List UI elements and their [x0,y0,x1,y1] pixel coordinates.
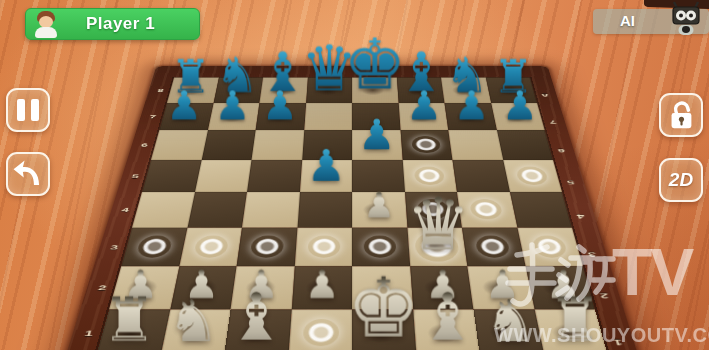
rank-label-right-4: 4 [569,203,588,213]
legal-move-indicator [193,235,229,257]
legal-move-indicator [411,136,441,153]
watermark-tv-text: TV [612,234,692,310]
white-rook[interactable]: ♜ [547,289,601,350]
square-c4[interactable] [242,192,299,227]
white-knight[interactable]: ♞ [485,292,537,350]
square-e8[interactable]: ♚ [352,78,398,103]
white-queen[interactable]: ♛ [406,189,471,261]
board-frame: ♜♞♝♛♚♝♞♜♟♟♟♟♟♟♟♟♟♛♟♟♟♟♟♟♟♜♞♝♚♝♞♜ 1122334… [58,66,647,350]
player1-name: Player 1 [68,14,199,34]
legal-move-indicator [136,235,174,257]
square-c7[interactable]: ♟ [256,103,306,130]
square-d4[interactable] [297,192,352,227]
legal-move-indicator [302,319,339,346]
rank-label-right-3: 3 [580,240,600,251]
square-h7[interactable]: ♟ [491,103,545,130]
square-h6[interactable] [496,130,552,160]
square-h5[interactable] [503,160,562,192]
legal-move-indicator [307,235,340,257]
black-pawn[interactable]: ♟ [454,86,490,126]
rank-label-right-1: 1 [604,324,627,338]
legal-move-indicator [475,235,511,257]
square-a6[interactable] [151,130,207,160]
rank-label-left-3: 3 [105,240,125,251]
white-knight[interactable]: ♞ [167,292,219,350]
legal-move-indicator [515,166,549,184]
square-b1[interactable]: ♞ [160,309,231,350]
square-a5[interactable] [142,160,201,192]
black-pawn[interactable]: ♟ [262,86,298,126]
pause-button[interactable] [6,88,50,132]
square-h4[interactable] [510,192,572,227]
rank-label-right-8: 8 [536,86,552,93]
player1-badge: Player 1 [25,8,200,40]
square-a7[interactable]: ♟ [159,103,213,130]
game-screen: ♜♞♝♛♚♝♞♜♟♟♟♟♟♟♟♟♟♛♟♟♟♟♟♟♟♜♞♝♚♝♞♜ 1122334… [0,0,709,350]
rank-label-left-4: 4 [117,203,136,213]
white-king[interactable]: ♚ [347,268,421,350]
white-bishop[interactable]: ♝ [227,285,286,350]
square-g7[interactable]: ♟ [445,103,497,130]
legal-move-indicator [531,235,569,257]
2d-view-button[interactable]: 2D [659,158,703,202]
robot-icon [670,1,702,39]
undo-arrow-icon [11,157,45,191]
player-avatar-icon [34,11,58,38]
rank-label-left-6: 6 [136,139,153,147]
black-pawn[interactable]: ♟ [502,86,538,126]
square-b7[interactable]: ♟ [208,103,260,130]
square-f6[interactable] [400,130,452,160]
black-pawn[interactable]: ♟ [406,86,442,126]
pause-icon [17,99,25,121]
legal-move-indicator [469,199,503,219]
black-pawn[interactable]: ♟ [166,86,202,126]
undo-button[interactable] [6,152,50,196]
square-a1[interactable]: ♜ [96,309,170,350]
square-g1[interactable]: ♞ [473,309,544,350]
square-a4[interactable] [132,192,194,227]
square-c1[interactable]: ♝ [224,309,291,350]
square-b6[interactable] [201,130,255,160]
rank-label-left-8: 8 [153,86,169,93]
rank-label-right-5: 5 [560,170,578,179]
square-d1[interactable] [288,309,352,350]
legal-move-indicator [250,235,285,257]
square-f1[interactable]: ♝ [413,309,480,350]
square-e1[interactable]: ♚ [352,309,416,350]
white-pawn[interactable]: ♟ [304,264,339,303]
square-d7[interactable] [304,103,352,130]
unlock-icon [664,98,698,132]
legal-move-indicator [364,235,397,257]
rank-label-left-7: 7 [145,111,162,119]
square-h1[interactable]: ♜ [534,309,608,350]
black-pawn[interactable]: ♟ [214,86,250,126]
white-rook[interactable]: ♜ [102,289,156,350]
black-pawn[interactable]: ♟ [358,114,396,156]
square-b5[interactable] [195,160,252,192]
rank-label-right-7: 7 [543,111,560,119]
square-g6[interactable] [448,130,502,160]
2d-label: 2D [669,169,693,191]
square-f7[interactable]: ♟ [398,103,448,130]
square-d2[interactable]: ♟ [291,266,352,309]
rank-label-left-1: 1 [79,324,102,338]
white-pawn[interactable]: ♟ [363,187,395,222]
square-c6[interactable] [252,130,304,160]
square-d5[interactable]: ♟ [300,160,353,192]
square-e4[interactable]: ♟ [352,192,407,227]
unlock-button[interactable] [659,93,703,137]
rank-label-right-6: 6 [551,139,568,147]
chess-board[interactable]: ♜♞♝♛♚♝♞♜♟♟♟♟♟♟♟♟♟♛♟♟♟♟♟♟♟♜♞♝♚♝♞♜ [96,78,608,350]
board-scene: ♜♞♝♛♚♝♞♜♟♟♟♟♟♟♟♟♟♛♟♟♟♟♟♟♟♜♞♝♚♝♞♜ 1122334… [58,66,647,350]
square-b4[interactable] [187,192,247,227]
square-c5[interactable] [247,160,302,192]
ai-name: AI [620,12,635,29]
square-e6[interactable]: ♟ [352,130,402,160]
white-bishop[interactable]: ♝ [418,285,477,350]
rank-label-left-5: 5 [127,170,145,179]
black-pawn[interactable]: ♟ [306,144,345,188]
